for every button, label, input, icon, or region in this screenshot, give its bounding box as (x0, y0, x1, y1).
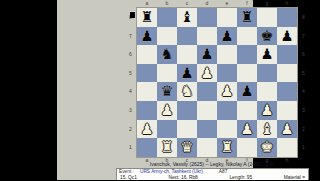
board-panel: abcdefgh abcdefgh 87654321 87654321 ♜♝♜♟… (57, 0, 253, 180)
square-a1[interactable] (137, 138, 157, 157)
square-a3[interactable] (137, 101, 157, 120)
file-label-g: g (257, 0, 277, 8)
square-h6[interactable] (277, 45, 297, 64)
game-length: Length: 95 (229, 175, 252, 181)
black-bishop: ♝ (177, 8, 197, 27)
white-pawn: ♟ (277, 120, 297, 139)
rank-label-3: 3 (299, 101, 308, 120)
caption-box: Event : URS Army-ch, Tashkent (Ukr) A87 … (116, 168, 309, 181)
square-b7[interactable] (157, 27, 177, 46)
square-b3[interactable]: ♟ (157, 101, 177, 120)
material-balance: Material = (284, 175, 305, 181)
square-d2[interactable] (197, 120, 217, 139)
black-pawn: ♟ (137, 27, 157, 46)
square-c1[interactable]: ♛ (177, 138, 197, 157)
rank-label-2: 2 (299, 120, 308, 139)
black-pawn: ♟ (197, 45, 217, 64)
square-e6[interactable] (217, 45, 237, 64)
square-a4[interactable] (137, 82, 157, 101)
square-h7[interactable]: ♟ (277, 27, 297, 46)
rank-label-3: 3 (126, 101, 135, 120)
square-d7[interactable] (197, 27, 217, 46)
white-pawn: ♟ (257, 101, 277, 120)
square-d4[interactable] (197, 82, 217, 101)
square-e4[interactable]: ♟ (217, 82, 237, 101)
square-b1[interactable]: ♜ (157, 138, 177, 157)
white-pawn: ♟ (237, 120, 257, 139)
black-rook: ♜ (137, 8, 157, 27)
square-c8[interactable]: ♝ (177, 8, 197, 27)
square-h5[interactable] (277, 64, 297, 83)
rank-label-4: 4 (126, 82, 135, 101)
black-pawn: ♟ (217, 27, 237, 46)
rank-label-1: 1 (126, 138, 135, 157)
square-g3[interactable]: ♟ (257, 101, 277, 120)
square-e2[interactable] (217, 120, 237, 139)
rank-label-5: 5 (299, 64, 308, 83)
white-rook: ♜ (217, 138, 237, 157)
white-knight: ♞ (177, 82, 197, 101)
square-c6[interactable] (177, 45, 197, 64)
square-c4[interactable]: ♞ (177, 82, 197, 101)
board: ♜♝♜♟♟♚♟♞♟♟♟♟♛♞♟♟♟♟♟♟♝♟♜♛♜♚ (137, 8, 297, 157)
file-label-c: c (177, 0, 197, 8)
square-f2[interactable]: ♟ (237, 120, 257, 139)
square-f5[interactable] (237, 64, 257, 83)
white-rook: ♜ (157, 138, 177, 157)
square-f8[interactable]: ♜ (237, 8, 257, 27)
video-frame: abcdefgh abcdefgh 87654321 87654321 ♜♝♜♟… (0, 0, 320, 180)
square-e3[interactable] (217, 101, 237, 120)
rank-label-5: 5 (126, 64, 135, 83)
square-c7[interactable] (177, 27, 197, 46)
rank-label-4: 4 (299, 82, 308, 101)
square-a6[interactable] (137, 45, 157, 64)
move-played: 15. Qc1 (120, 175, 137, 181)
square-e1[interactable]: ♜ (217, 138, 237, 157)
players-line: Ivanchuk, Vassily (2625) -- Legky, Nikol… (114, 161, 310, 167)
square-f3[interactable] (237, 101, 257, 120)
right-numbers: 87654321 (299, 8, 308, 157)
square-h3[interactable] (277, 101, 297, 120)
black-knight: ♞ (157, 45, 177, 64)
square-d5[interactable]: ♟ (197, 64, 217, 83)
white-pawn: ♟ (137, 120, 157, 139)
black-queen: ♛ (157, 82, 177, 101)
square-e8[interactable] (217, 8, 237, 27)
square-f7[interactable] (237, 27, 257, 46)
square-b2[interactable] (157, 120, 177, 139)
white-pawn: ♟ (157, 101, 177, 120)
black-rook: ♜ (237, 8, 257, 27)
black-pawn: ♟ (177, 64, 197, 83)
square-h2[interactable]: ♟ (277, 120, 297, 139)
square-g4[interactable] (257, 82, 277, 101)
rank-label-7: 7 (299, 27, 308, 46)
next-move: Next: 16. Rb8 (168, 175, 197, 181)
white-king: ♚ (257, 138, 277, 157)
white-queen: ♛ (177, 138, 197, 157)
square-a2[interactable]: ♟ (137, 120, 157, 139)
square-g7[interactable]: ♚ (257, 27, 277, 46)
square-a8[interactable]: ♜ (137, 8, 157, 27)
black-to-move-indicator (130, 11, 135, 18)
file-label-a: a (137, 0, 157, 8)
letterbox-left (0, 0, 57, 180)
square-c2[interactable] (177, 120, 197, 139)
status-line: 15. Qc1 Next: 16. Rb8 Length: 95 Materia… (117, 175, 308, 181)
left-numbers: 87654321 (126, 8, 135, 157)
square-d1[interactable] (197, 138, 217, 157)
black-pawn: ♟ (237, 82, 257, 101)
rank-label-8: 8 (299, 8, 308, 27)
square-e5[interactable] (217, 64, 237, 83)
file-label-d: d (197, 0, 217, 8)
square-h1[interactable] (277, 138, 297, 157)
square-g5[interactable] (257, 64, 277, 83)
rank-label-2: 2 (126, 120, 135, 139)
square-g6[interactable]: ♟ (257, 45, 277, 64)
square-f4[interactable]: ♟ (237, 82, 257, 101)
square-g2[interactable]: ♝ (257, 120, 277, 139)
square-a7[interactable]: ♟ (137, 27, 157, 46)
file-label-h: h (277, 0, 297, 8)
file-label-e: e (217, 0, 237, 8)
white-pawn: ♟ (217, 82, 237, 101)
black-pawn: ♟ (277, 27, 297, 46)
square-b4[interactable]: ♛ (157, 82, 177, 101)
white-pawn: ♟ (197, 64, 217, 83)
square-c5[interactable]: ♟ (177, 64, 197, 83)
eco-code: A87 (219, 169, 228, 175)
top-letters: abcdefgh (137, 0, 297, 8)
black-king: ♚ (257, 27, 277, 46)
square-b5[interactable] (157, 64, 177, 83)
rank-label-1: 1 (299, 138, 308, 157)
square-b8[interactable] (157, 8, 177, 27)
square-h8[interactable] (277, 8, 297, 27)
square-c3[interactable] (177, 101, 197, 120)
square-g8[interactable] (257, 8, 277, 27)
square-d8[interactable] (197, 8, 217, 27)
black-pawn: ♟ (257, 45, 277, 64)
rank-label-6: 6 (299, 45, 308, 64)
rank-label-6: 6 (126, 45, 135, 64)
square-e7[interactable]: ♟ (217, 27, 237, 46)
file-label-b: b (157, 0, 177, 8)
square-b6[interactable]: ♞ (157, 45, 177, 64)
square-d3[interactable] (197, 101, 217, 120)
square-g1[interactable]: ♚ (257, 138, 277, 157)
rank-label-7: 7 (126, 27, 135, 46)
square-f6[interactable] (237, 45, 257, 64)
square-a5[interactable] (137, 64, 157, 83)
square-d6[interactable]: ♟ (197, 45, 217, 64)
white-bishop: ♝ (257, 120, 277, 139)
square-h4[interactable] (277, 82, 297, 101)
file-label-f: f (237, 0, 257, 8)
square-f1[interactable] (237, 138, 257, 157)
